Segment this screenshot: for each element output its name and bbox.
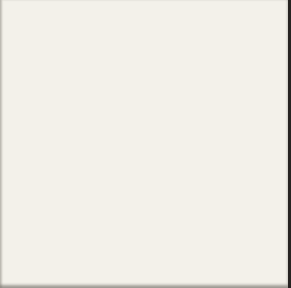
chess-diagram <box>0 0 291 288</box>
board-right-border <box>288 0 291 288</box>
chess-board <box>0 0 288 288</box>
